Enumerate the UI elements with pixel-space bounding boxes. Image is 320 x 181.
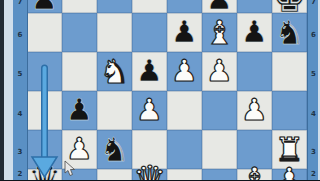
square-e4[interactable]: [167, 91, 202, 130]
square-h5[interactable]: [272, 52, 307, 91]
square-b2[interactable]: [62, 169, 97, 181]
square-f2[interactable]: [202, 169, 237, 181]
square-f4[interactable]: [202, 91, 237, 130]
rank-label-7: 7: [13, 0, 27, 6]
square-b7[interactable]: [62, 0, 97, 13]
square-g7[interactable]: [237, 0, 272, 13]
piece-white-bishop-f6[interactable]: ♝: [202, 13, 237, 52]
piece-black-pawn-d5[interactable]: ♟: [132, 52, 167, 91]
chess-board[interactable]: ♟♟♚♟♝♟♞♞♟♟♟♟♟♟♟♞♜♛♛♝♟: [27, 0, 307, 180]
piece-white-pawn-g4[interactable]: ♟: [237, 91, 272, 130]
square-h4[interactable]: [272, 91, 307, 130]
rank-label-2: 2: [13, 170, 27, 178]
piece-white-bishop-g2[interactable]: ♝: [237, 160, 272, 181]
square-d6[interactable]: [132, 13, 167, 52]
rank-label-5: 5: [13, 70, 27, 78]
rank-label-3: 3: [13, 148, 27, 156]
piece-black-knight-c3[interactable]: ♞: [97, 130, 132, 169]
piece-black-pawn-b4[interactable]: ♟: [62, 91, 97, 130]
square-f3[interactable]: [202, 130, 237, 169]
piece-white-pawn-e5[interactable]: ♟: [167, 52, 202, 91]
chess-board-view: ♟♟♚♟♝♟♞♞♟♟♟♟♟♟♟♞♜♛♛♝♟ 765432 765432: [0, 0, 320, 180]
rank-coordinates-left: 765432: [13, 0, 28, 180]
square-b5[interactable]: [62, 52, 97, 91]
square-d7[interactable]: [132, 0, 167, 13]
square-e2[interactable]: [167, 169, 202, 181]
piece-black-pawn-g6[interactable]: ♟: [237, 13, 272, 52]
piece-white-pawn-h2[interactable]: ♟: [272, 160, 307, 181]
square-c2[interactable]: [97, 169, 132, 181]
rank-label-4: 4: [13, 110, 27, 118]
square-b6[interactable]: [62, 13, 97, 52]
square-g5[interactable]: [237, 52, 272, 91]
square-c7[interactable]: [97, 0, 132, 13]
piece-black-pawn-e6[interactable]: ♟: [167, 13, 202, 52]
piece-black-pawn-a7[interactable]: ♟: [27, 0, 62, 19]
piece-white-pawn-b3[interactable]: ♟: [62, 130, 97, 169]
piece-white-queen-d2[interactable]: ♛: [132, 160, 167, 181]
square-c4[interactable]: [97, 91, 132, 130]
piece-black-queen-a2[interactable]: ♛: [27, 160, 62, 181]
square-a4[interactable]: [27, 91, 62, 130]
square-e3[interactable]: [167, 130, 202, 169]
square-e7[interactable]: [167, 0, 202, 13]
piece-white-pawn-f5[interactable]: ♟: [202, 52, 237, 91]
piece-white-pawn-d4[interactable]: ♟: [132, 91, 167, 130]
rank-label-6: 6: [13, 31, 27, 39]
piece-white-knight-c5[interactable]: ♞: [97, 52, 132, 91]
square-c6[interactable]: [97, 13, 132, 52]
square-a5[interactable]: [27, 52, 62, 91]
piece-black-knight-h6[interactable]: ♞: [272, 13, 307, 52]
